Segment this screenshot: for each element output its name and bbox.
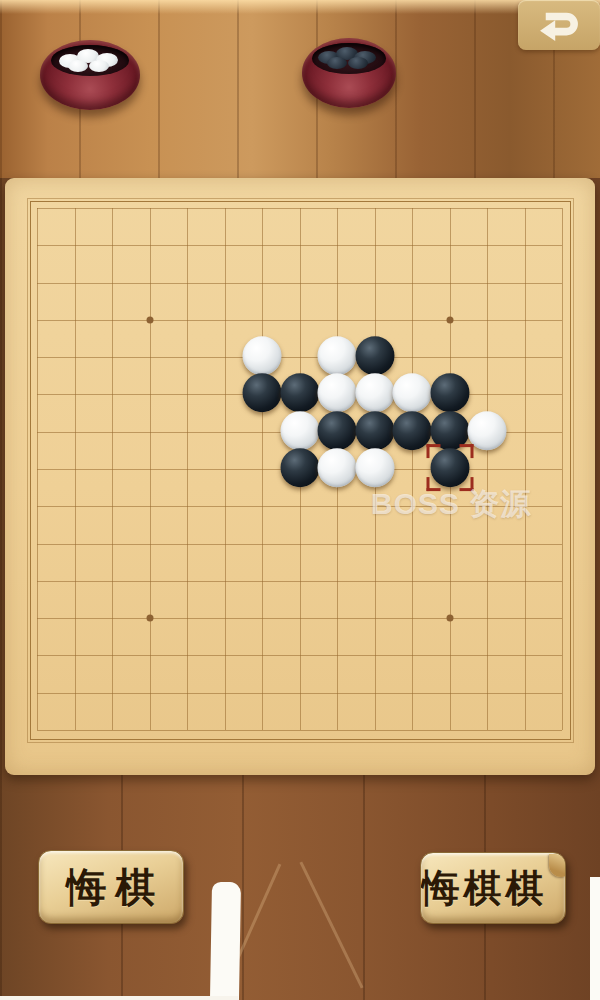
- grid-line: [37, 730, 562, 731]
- bowl-mouth: [312, 43, 385, 74]
- glitch-white-strip: [210, 882, 241, 1000]
- board-grid[interactable]: [37, 208, 562, 730]
- wood-scratch: [299, 861, 363, 988]
- white-stone: [280, 411, 319, 450]
- glitch-white-strip: [0, 996, 238, 1000]
- white-stone-bowl: [40, 40, 140, 110]
- star-point: [446, 615, 453, 622]
- white-stone: [355, 374, 394, 413]
- undo-button-label: 悔棋: [67, 860, 165, 915]
- black-stone: [280, 374, 319, 413]
- white-stone: [355, 448, 394, 487]
- grid-line: [525, 208, 526, 730]
- grid-line: [37, 618, 562, 619]
- glitched-button-label: 悔棋棋: [422, 863, 548, 914]
- black-stone: [318, 411, 357, 450]
- black-stone: [430, 374, 469, 413]
- gomoku-app: BOSS 资源 悔棋 悔棋棋: [0, 0, 600, 1000]
- white-stone: [468, 411, 507, 450]
- white-stone: [318, 374, 357, 413]
- black-stone: [355, 336, 394, 375]
- white-stone: [318, 336, 357, 375]
- bowl-mouth: [51, 45, 129, 76]
- back-icon: [536, 7, 582, 43]
- black-stone: [243, 374, 282, 413]
- star-point: [446, 316, 453, 323]
- white-stone: [318, 448, 357, 487]
- white-stone: [393, 374, 432, 413]
- undo-button[interactable]: 悔棋: [38, 850, 184, 924]
- grid-line: [37, 581, 562, 582]
- black-stone: [355, 411, 394, 450]
- glitched-undo-button[interactable]: 悔棋棋: [420, 852, 566, 924]
- star-point: [146, 615, 153, 622]
- grid-line: [412, 208, 413, 730]
- black-stone-bowl: [302, 38, 396, 108]
- glitch-white-strip: [590, 877, 600, 1000]
- watermark: BOSS 资源: [371, 484, 531, 525]
- star-point: [146, 316, 153, 323]
- grid-line: [37, 544, 562, 545]
- grid-line: [487, 208, 488, 730]
- grid-line: [37, 655, 562, 656]
- grid-line: [37, 693, 562, 694]
- black-stone: [280, 448, 319, 487]
- back-button[interactable]: [518, 0, 600, 50]
- button-corner-fold: [549, 854, 566, 877]
- white-stone: [243, 336, 282, 375]
- grid-line: [562, 208, 563, 730]
